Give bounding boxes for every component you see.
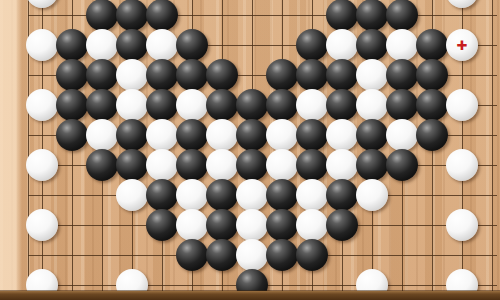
white-stone bbox=[326, 119, 358, 151]
white-stone bbox=[386, 119, 418, 151]
white-stone bbox=[356, 89, 388, 121]
black-stone bbox=[176, 59, 208, 91]
white-stone bbox=[296, 89, 328, 121]
white-stone bbox=[26, 29, 58, 61]
white-stone bbox=[176, 89, 208, 121]
white-stone bbox=[326, 29, 358, 61]
black-stone bbox=[206, 59, 238, 91]
white-stone bbox=[266, 149, 298, 181]
black-stone bbox=[206, 89, 238, 121]
black-stone bbox=[386, 89, 418, 121]
white-stone bbox=[206, 119, 238, 151]
white-stone bbox=[26, 209, 58, 241]
black-stone bbox=[86, 149, 118, 181]
white-stone bbox=[326, 149, 358, 181]
white-stone bbox=[206, 149, 238, 181]
black-stone bbox=[326, 179, 358, 211]
black-stone bbox=[386, 149, 418, 181]
black-stone bbox=[236, 119, 268, 151]
black-stone bbox=[386, 59, 418, 91]
white-stone bbox=[236, 179, 268, 211]
black-stone bbox=[416, 119, 448, 151]
black-stone bbox=[266, 239, 298, 271]
black-stone bbox=[176, 119, 208, 151]
white-stone bbox=[176, 179, 208, 211]
last-move-marker-icon: ✚ bbox=[446, 29, 478, 61]
black-stone bbox=[356, 29, 388, 61]
black-stone bbox=[146, 209, 178, 241]
black-stone bbox=[296, 29, 328, 61]
black-stone bbox=[146, 0, 178, 31]
black-stone bbox=[266, 59, 298, 91]
black-stone bbox=[86, 59, 118, 91]
white-stone bbox=[296, 179, 328, 211]
black-stone bbox=[176, 239, 208, 271]
black-stone bbox=[206, 239, 238, 271]
black-stone bbox=[356, 0, 388, 31]
white-stone bbox=[236, 239, 268, 271]
black-stone bbox=[296, 119, 328, 151]
white-stone bbox=[356, 179, 388, 211]
black-stone bbox=[266, 89, 298, 121]
black-stone bbox=[416, 29, 448, 61]
board-left-margin bbox=[0, 0, 22, 300]
white-stone bbox=[116, 59, 148, 91]
black-stone bbox=[416, 89, 448, 121]
black-stone bbox=[176, 29, 208, 61]
white-stone bbox=[86, 119, 118, 151]
black-stone bbox=[206, 209, 238, 241]
black-stone bbox=[56, 29, 88, 61]
black-stone bbox=[116, 119, 148, 151]
white-stone bbox=[446, 89, 478, 121]
black-stone bbox=[326, 89, 358, 121]
go-board[interactable]: ✚ bbox=[0, 0, 500, 300]
black-stone bbox=[386, 0, 418, 31]
grid-line-vertical bbox=[492, 0, 493, 291]
black-stone bbox=[56, 89, 88, 121]
black-stone bbox=[266, 209, 298, 241]
black-stone bbox=[236, 149, 268, 181]
white-stone bbox=[116, 89, 148, 121]
black-stone bbox=[56, 59, 88, 91]
board-bottom-edge bbox=[0, 291, 500, 300]
white-stone bbox=[386, 29, 418, 61]
black-stone bbox=[266, 179, 298, 211]
white-stone bbox=[236, 209, 268, 241]
black-stone bbox=[326, 59, 358, 91]
white-stone bbox=[266, 119, 298, 151]
black-stone bbox=[296, 239, 328, 271]
black-stone bbox=[176, 149, 208, 181]
black-stone bbox=[86, 89, 118, 121]
black-stone bbox=[236, 89, 268, 121]
white-stone bbox=[446, 149, 478, 181]
black-stone bbox=[146, 179, 178, 211]
white-stone bbox=[146, 119, 178, 151]
white-stone bbox=[146, 149, 178, 181]
black-stone bbox=[116, 149, 148, 181]
black-stone bbox=[326, 209, 358, 241]
white-stone bbox=[26, 89, 58, 121]
black-stone bbox=[206, 179, 238, 211]
black-stone bbox=[116, 0, 148, 31]
white-stone bbox=[176, 209, 208, 241]
white-stone bbox=[26, 149, 58, 181]
black-stone bbox=[86, 0, 118, 31]
black-stone bbox=[416, 59, 448, 91]
black-stone bbox=[296, 59, 328, 91]
white-stone bbox=[446, 209, 478, 241]
black-stone bbox=[146, 59, 178, 91]
black-stone bbox=[296, 149, 328, 181]
white-stone bbox=[146, 29, 178, 61]
white-stone bbox=[356, 59, 388, 91]
white-stone bbox=[296, 209, 328, 241]
black-stone bbox=[146, 89, 178, 121]
white-stone bbox=[86, 29, 118, 61]
black-stone bbox=[116, 29, 148, 61]
black-stone bbox=[356, 149, 388, 181]
black-stone bbox=[326, 0, 358, 31]
white-stone bbox=[116, 179, 148, 211]
black-stone bbox=[56, 119, 88, 151]
black-stone bbox=[356, 119, 388, 151]
